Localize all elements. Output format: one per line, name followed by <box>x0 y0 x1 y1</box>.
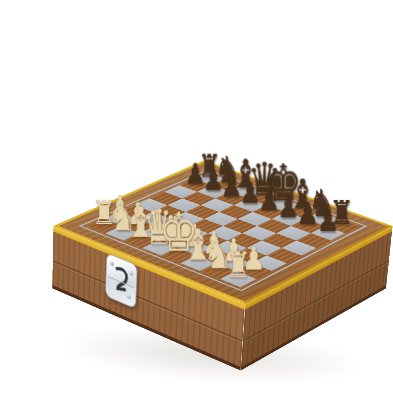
black-pawn-g7: ♟ <box>296 199 318 229</box>
white-rook-h1: ♜ <box>225 247 251 282</box>
square-h1: ♜ <box>220 271 256 287</box>
black-pawn-e7: ♟ <box>258 185 280 214</box>
square-e6 <box>237 211 271 225</box>
product-photo: ♜♞♝♛♚♝♞♜♟♟♟♟♟♟♟♟♟♟♟♟♟♟♟♟♜♞♝♛♚♝♞♜ <box>0 0 393 393</box>
screw-icon <box>129 270 133 276</box>
black-pawn-h7: ♟ <box>316 205 338 235</box>
screw-icon <box>109 260 113 266</box>
black-pawn-f7: ♟ <box>277 192 299 222</box>
black-pawn-d7: ♟ <box>239 178 261 207</box>
chess-box: ♜♞♝♛♚♝♞♜♟♟♟♟♟♟♟♟♟♟♟♟♟♟♟♟♜♞♝♛♚♝♞♜ <box>53 160 392 304</box>
screw-icon <box>126 293 130 299</box>
scene: ♜♞♝♛♚♝♞♜♟♟♟♟♟♟♟♟♟♟♟♟♟♟♟♟♜♞♝♛♚♝♞♜ <box>0 0 393 393</box>
